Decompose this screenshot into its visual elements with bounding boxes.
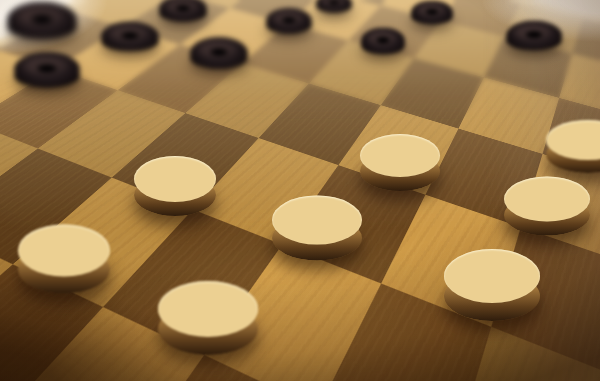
- piece-top: [134, 156, 216, 202]
- checker-piece-light[interactable]: [134, 156, 216, 220]
- piece-top: [14, 52, 80, 87]
- piece-top: [272, 196, 362, 245]
- piece-top: [411, 1, 453, 25]
- checker-piece-light[interactable]: [158, 281, 258, 359]
- checker-piece-dark[interactable]: [316, 0, 352, 19]
- piece-top: [444, 249, 540, 303]
- checker-piece-dark[interactable]: [7, 2, 77, 51]
- piece-top: [361, 28, 405, 55]
- checker-piece-light[interactable]: [444, 249, 540, 325]
- checker-piece-light[interactable]: [272, 196, 362, 265]
- checker-piece-dark[interactable]: [411, 1, 453, 32]
- checker-piece-dark[interactable]: [266, 8, 312, 42]
- piece-top: [101, 22, 159, 52]
- checker-piece-light[interactable]: [18, 225, 110, 298]
- checker-piece-dark[interactable]: [159, 0, 207, 30]
- photo-scene: Checkers (Draughts): [0, 0, 600, 381]
- checker-piece-dark[interactable]: [14, 52, 80, 98]
- checker-piece-dark[interactable]: [101, 22, 159, 61]
- hidden-caption: Checkers (Draughts): [0, 0, 1, 1]
- checker-piece-light[interactable]: [546, 120, 600, 176]
- piece-top: [504, 177, 590, 222]
- piece-top: [506, 21, 562, 51]
- checker-piece-dark[interactable]: [361, 28, 405, 63]
- piece-top: [18, 225, 110, 277]
- piece-top: [190, 37, 248, 69]
- checker-piece-light[interactable]: [504, 177, 590, 240]
- piece-top: [266, 8, 312, 34]
- piece-top: [7, 2, 77, 40]
- checker-piece-dark[interactable]: [190, 37, 248, 79]
- checker-piece-dark[interactable]: [506, 21, 562, 60]
- piece-top: [158, 281, 258, 337]
- piece-top: [360, 134, 440, 177]
- checker-piece-light[interactable]: [360, 134, 440, 194]
